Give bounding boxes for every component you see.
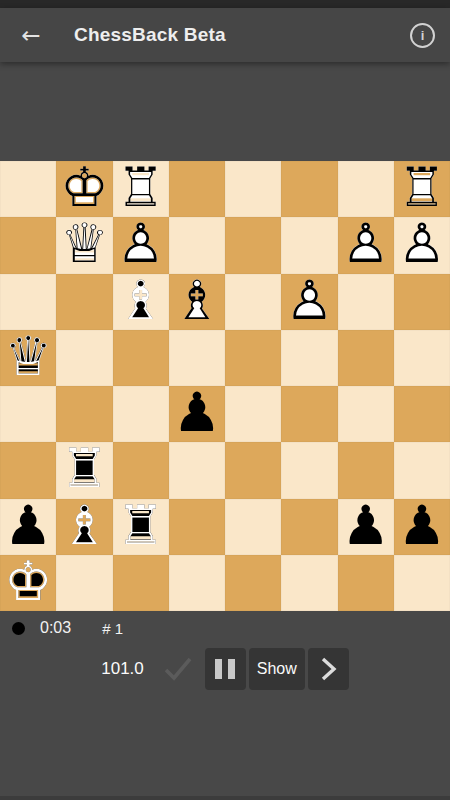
board-square[interactable] xyxy=(281,217,337,273)
board-square[interactable] xyxy=(0,386,56,442)
status-bar xyxy=(0,0,450,8)
black-king-piece[interactable]: ♚♔ xyxy=(0,555,56,611)
black-queen-piece[interactable]: ♛♕ xyxy=(0,330,56,386)
board-square[interactable] xyxy=(225,161,281,217)
black-pawn-piece[interactable]: ♟ xyxy=(338,499,394,555)
black-bishop-piece[interactable]: ♝♗ xyxy=(56,499,112,555)
board-square[interactable]: ♚♔ xyxy=(0,555,56,611)
pause-button[interactable] xyxy=(205,648,246,690)
board-square[interactable] xyxy=(225,217,281,273)
board-square[interactable]: ♝♗ xyxy=(113,274,169,330)
board-square[interactable]: ♟♙ xyxy=(394,217,450,273)
black-pawn-piece[interactable]: ♟ xyxy=(169,386,225,442)
board-top-gap xyxy=(0,62,450,161)
board-square[interactable] xyxy=(225,386,281,442)
board-square[interactable]: ♟♙ xyxy=(113,217,169,273)
white-pawn-piece[interactable]: ♟♙ xyxy=(394,217,450,273)
board-square[interactable] xyxy=(113,555,169,611)
board-square[interactable] xyxy=(338,555,394,611)
board-square[interactable] xyxy=(113,386,169,442)
white-bishop-piece[interactable]: ♝♗ xyxy=(169,274,225,330)
board-square[interactable] xyxy=(338,274,394,330)
board-square[interactable]: ♜♖ xyxy=(113,161,169,217)
board-square[interactable]: ♟♙ xyxy=(281,274,337,330)
back-arrow-icon[interactable]: ← xyxy=(18,22,44,48)
board-square[interactable]: ♟ xyxy=(0,499,56,555)
board-square[interactable]: ♝♗ xyxy=(169,274,225,330)
white-pawn-piece[interactable]: ♟♙ xyxy=(281,274,337,330)
timer-value: 0:03 xyxy=(40,619,71,637)
chess-board: ♚♔♜♖♜♖♛♕♟♙♟♙♟♙♝♗♝♗♟♙♛♕♟♜♖♟♝♗♜♖♟♟♚♔ xyxy=(0,161,450,611)
board-square[interactable] xyxy=(56,555,112,611)
board-square[interactable]: ♜♖ xyxy=(56,442,112,498)
white-queen-piece[interactable]: ♛♕ xyxy=(56,217,112,273)
chevron-right-icon xyxy=(317,656,339,682)
timer-row: 0:03 # 1 xyxy=(0,611,450,645)
pause-icon xyxy=(215,659,222,679)
board-square[interactable] xyxy=(0,217,56,273)
board-square[interactable] xyxy=(113,442,169,498)
check-icon xyxy=(163,655,193,683)
board-square[interactable]: ♛♕ xyxy=(0,330,56,386)
board-square[interactable] xyxy=(394,330,450,386)
app-screen: ← ChessBack Beta i ♚♔♜♖♜♖♛♕♟♙♟♙♟♙♝♗♝♗♟♙♛… xyxy=(0,0,450,800)
board-square[interactable] xyxy=(338,330,394,386)
board-square[interactable]: ♟ xyxy=(338,499,394,555)
board-square[interactable] xyxy=(169,217,225,273)
board-square[interactable] xyxy=(169,161,225,217)
board-square[interactable] xyxy=(225,274,281,330)
board-square[interactable] xyxy=(281,161,337,217)
info-icon[interactable]: i xyxy=(410,23,435,48)
controls-row: 101.0 Show xyxy=(0,645,450,693)
board-square[interactable] xyxy=(56,330,112,386)
black-pawn-piece[interactable]: ♟ xyxy=(394,499,450,555)
board-square[interactable] xyxy=(0,274,56,330)
puzzle-number: # 1 xyxy=(102,620,123,637)
board-square[interactable] xyxy=(394,274,450,330)
board-square[interactable] xyxy=(281,555,337,611)
board-square[interactable] xyxy=(338,161,394,217)
board-square[interactable] xyxy=(225,330,281,386)
next-button[interactable] xyxy=(308,648,349,690)
board-square[interactable] xyxy=(169,499,225,555)
board-square[interactable]: ♜♖ xyxy=(394,161,450,217)
pause-icon xyxy=(228,659,235,679)
board-square[interactable]: ♟ xyxy=(394,499,450,555)
board-square[interactable] xyxy=(169,555,225,611)
turn-indicator-dot xyxy=(12,622,25,635)
board-square[interactable] xyxy=(394,386,450,442)
board-square[interactable] xyxy=(169,442,225,498)
board-square[interactable] xyxy=(281,442,337,498)
white-king-piece[interactable]: ♚♔ xyxy=(56,161,112,217)
board-square[interactable]: ♟ xyxy=(169,386,225,442)
show-button[interactable]: Show xyxy=(249,648,305,690)
board-square[interactable] xyxy=(281,386,337,442)
white-rook-piece[interactable]: ♜♖ xyxy=(113,161,169,217)
app-bar: ← ChessBack Beta i xyxy=(0,8,450,62)
board-square[interactable] xyxy=(225,555,281,611)
board-square[interactable]: ♟♙ xyxy=(338,217,394,273)
board-square[interactable]: ♛♕ xyxy=(56,217,112,273)
board-square[interactable] xyxy=(56,386,112,442)
black-bishop-piece[interactable]: ♝♗ xyxy=(113,274,169,330)
board-square[interactable] xyxy=(281,330,337,386)
white-rook-piece[interactable]: ♜♖ xyxy=(394,161,450,217)
board-square[interactable] xyxy=(394,555,450,611)
board-square[interactable] xyxy=(113,330,169,386)
board-square[interactable]: ♚♔ xyxy=(56,161,112,217)
black-rook-piece[interactable]: ♜♖ xyxy=(113,499,169,555)
black-rook-piece[interactable]: ♜♖ xyxy=(56,442,112,498)
board-square[interactable]: ♜♖ xyxy=(113,499,169,555)
board-square[interactable]: ♝♗ xyxy=(56,499,112,555)
board-square[interactable] xyxy=(169,330,225,386)
page-title: ChessBack Beta xyxy=(74,24,226,46)
board-square[interactable] xyxy=(0,161,56,217)
board-square[interactable] xyxy=(394,442,450,498)
board-square[interactable] xyxy=(225,442,281,498)
board-square[interactable] xyxy=(56,274,112,330)
bottom-edge-strip xyxy=(0,796,450,800)
board-square[interactable] xyxy=(281,499,337,555)
board-square[interactable] xyxy=(338,386,394,442)
score-value: 101.0 xyxy=(101,659,144,679)
white-pawn-piece[interactable]: ♟♙ xyxy=(113,217,169,273)
black-pawn-piece[interactable]: ♟ xyxy=(0,499,56,555)
board-square[interactable] xyxy=(0,442,56,498)
white-pawn-piece[interactable]: ♟♙ xyxy=(338,217,394,273)
board-square[interactable] xyxy=(225,499,281,555)
board-square[interactable] xyxy=(338,442,394,498)
